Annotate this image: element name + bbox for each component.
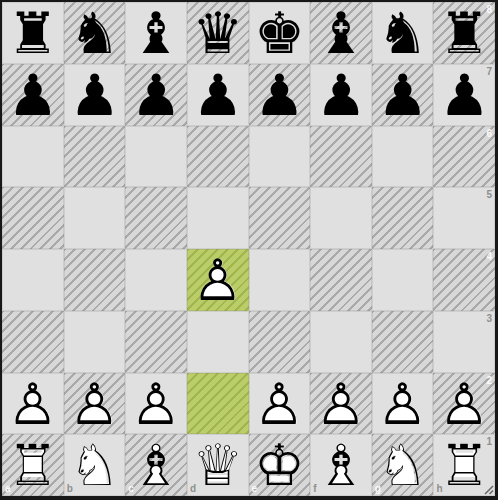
square-d6[interactable]: [187, 126, 249, 188]
square-a8[interactable]: ♜: [2, 2, 64, 64]
piece-white-knight[interactable]: ♞♘: [64, 434, 126, 496]
square-b6[interactable]: [64, 126, 126, 188]
piece-white-pawn[interactable]: ♟♙: [2, 373, 64, 435]
square-b3[interactable]: [64, 311, 126, 373]
file-label-b: b: [67, 484, 73, 494]
piece-black-pawn[interactable]: ♟: [249, 64, 311, 126]
resize-handle-icon[interactable]: [482, 483, 494, 495]
square-h4[interactable]: 4: [433, 249, 495, 311]
square-g3[interactable]: [372, 311, 434, 373]
square-g6[interactable]: [372, 126, 434, 188]
piece-white-bishop[interactable]: ♝♗: [310, 434, 372, 496]
square-e8[interactable]: ♚: [249, 2, 311, 64]
square-g8[interactable]: ♞: [372, 2, 434, 64]
file-label-g: g: [375, 484, 381, 494]
square-f2[interactable]: ♟♙: [310, 373, 372, 435]
rank-label-7: 7: [486, 67, 492, 77]
piece-white-pawn[interactable]: ♟♙: [125, 373, 187, 435]
square-b1[interactable]: ♞♘b: [64, 434, 126, 496]
piece-black-bishop[interactable]: ♝: [125, 2, 187, 64]
square-d2[interactable]: [187, 373, 249, 435]
square-c8[interactable]: ♝: [125, 2, 187, 64]
square-d7[interactable]: ♟: [187, 64, 249, 126]
file-label-e: e: [252, 484, 258, 494]
piece-white-rook[interactable]: ♜♖: [2, 434, 64, 496]
square-b8[interactable]: ♞: [64, 2, 126, 64]
square-h7[interactable]: ♟7: [433, 64, 495, 126]
piece-black-pawn[interactable]: ♟: [372, 64, 434, 126]
square-e5[interactable]: [249, 187, 311, 249]
rank-label-4: 4: [486, 252, 492, 262]
piece-black-pawn[interactable]: ♟: [187, 64, 249, 126]
piece-white-pawn[interactable]: ♟♙: [64, 373, 126, 435]
piece-white-pawn[interactable]: ♟♙: [310, 373, 372, 435]
square-a4[interactable]: [2, 249, 64, 311]
piece-black-pawn[interactable]: ♟: [2, 64, 64, 126]
square-a2[interactable]: ♟♙: [2, 373, 64, 435]
square-e1[interactable]: ♚♔e: [249, 434, 311, 496]
file-label-c: c: [128, 484, 134, 494]
file-label-h: h: [436, 484, 442, 494]
square-e7[interactable]: ♟: [249, 64, 311, 126]
rank-label-3: 3: [486, 314, 492, 324]
square-b5[interactable]: [64, 187, 126, 249]
square-a5[interactable]: [2, 187, 64, 249]
square-e4[interactable]: [249, 249, 311, 311]
square-a3[interactable]: [2, 311, 64, 373]
square-a1[interactable]: ♜♖a: [2, 434, 64, 496]
square-c3[interactable]: [125, 311, 187, 373]
square-g7[interactable]: ♟: [372, 64, 434, 126]
square-a7[interactable]: ♟: [2, 64, 64, 126]
file-label-f: f: [313, 484, 316, 494]
square-d3[interactable]: [187, 311, 249, 373]
piece-white-knight[interactable]: ♞♘: [372, 434, 434, 496]
square-c1[interactable]: ♝♗c: [125, 434, 187, 496]
rank-label-8: 8: [486, 5, 492, 15]
square-f7[interactable]: ♟: [310, 64, 372, 126]
square-g1[interactable]: ♞♘g: [372, 434, 434, 496]
square-f1[interactable]: ♝♗f: [310, 434, 372, 496]
square-g5[interactable]: [372, 187, 434, 249]
square-h8[interactable]: ♜8: [433, 2, 495, 64]
square-c2[interactable]: ♟♙: [125, 373, 187, 435]
file-label-a: a: [5, 484, 11, 494]
square-d8[interactable]: ♛: [187, 2, 249, 64]
square-d5[interactable]: [187, 187, 249, 249]
piece-black-knight[interactable]: ♞: [64, 2, 126, 64]
square-h2[interactable]: ♟♙2: [433, 373, 495, 435]
square-c4[interactable]: [125, 249, 187, 311]
rank-label-2: 2: [486, 376, 492, 386]
piece-black-pawn[interactable]: ♟: [310, 64, 372, 126]
piece-black-rook[interactable]: ♜: [2, 2, 64, 64]
square-f4[interactable]: [310, 249, 372, 311]
piece-black-pawn[interactable]: ♟: [64, 64, 126, 126]
file-label-d: d: [190, 484, 196, 494]
square-f3[interactable]: [310, 311, 372, 373]
square-e6[interactable]: [249, 126, 311, 188]
piece-white-bishop[interactable]: ♝♗: [125, 434, 187, 496]
square-h5[interactable]: 5: [433, 187, 495, 249]
square-b7[interactable]: ♟: [64, 64, 126, 126]
square-d4[interactable]: ♟♙: [187, 249, 249, 311]
piece-black-knight[interactable]: ♞: [372, 2, 434, 64]
piece-black-queen[interactable]: ♛: [187, 2, 249, 64]
square-e2[interactable]: ♟♙: [249, 373, 311, 435]
square-e3[interactable]: [249, 311, 311, 373]
square-f5[interactable]: [310, 187, 372, 249]
square-g2[interactable]: ♟♙: [372, 373, 434, 435]
chess-board: ♜♞♝♛♚♝♞♜8♟♟♟♟♟♟♟♟765♟♙43♟♙♟♙♟♙♟♙♟♙♟♙♟♙2♜…: [2, 2, 495, 496]
piece-white-pawn[interactable]: ♟♙: [372, 373, 434, 435]
piece-black-king[interactable]: ♚: [249, 2, 311, 64]
piece-white-king[interactable]: ♚♔: [249, 434, 311, 496]
square-c5[interactable]: [125, 187, 187, 249]
square-d1[interactable]: ♛♕d: [187, 434, 249, 496]
square-g4[interactable]: [372, 249, 434, 311]
square-f6[interactable]: [310, 126, 372, 188]
square-a6[interactable]: [2, 126, 64, 188]
square-b2[interactable]: ♟♙: [64, 373, 126, 435]
square-b4[interactable]: [64, 249, 126, 311]
rank-label-5: 5: [486, 190, 492, 200]
piece-black-bishop[interactable]: ♝: [310, 2, 372, 64]
square-c6[interactable]: [125, 126, 187, 188]
square-f8[interactable]: ♝: [310, 2, 372, 64]
piece-white-pawn[interactable]: ♟♙: [187, 249, 249, 311]
piece-black-pawn[interactable]: ♟: [125, 64, 187, 126]
square-h3[interactable]: 3: [433, 311, 495, 373]
piece-white-pawn[interactable]: ♟♙: [249, 373, 311, 435]
square-c7[interactable]: ♟: [125, 64, 187, 126]
chess-board-screenshot: ♜♞♝♛♚♝♞♜8♟♟♟♟♟♟♟♟765♟♙43♟♙♟♙♟♙♟♙♟♙♟♙♟♙2♜…: [0, 0, 498, 500]
rank-label-6: 6: [486, 129, 492, 139]
piece-white-queen[interactable]: ♛♕: [187, 434, 249, 496]
rank-label-1: 1: [486, 437, 492, 447]
square-h6[interactable]: 6: [433, 126, 495, 188]
